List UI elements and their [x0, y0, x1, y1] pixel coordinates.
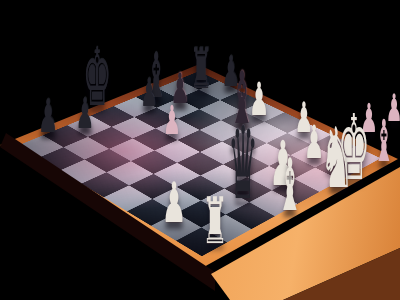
piece-black-pawn-b7[interactable]: ♟ [38, 93, 59, 139]
piece-black-pawn-e7[interactable]: ♟ [140, 73, 157, 112]
piece-white-knight-e1[interactable]: ♞ [320, 116, 354, 200]
piece-white-bishop-h1[interactable]: ♝ [374, 112, 395, 170]
piece-black-rook-g8[interactable]: ♜ [190, 41, 213, 97]
piece-white-bishop-c1[interactable]: ♝ [277, 149, 303, 221]
pieces-layer: ♚♟♟♝♟♟♜♟♝♛♟♟♟♟♟♝♞♚♝♟♟♜♟ [0, 0, 400, 300]
piece-white-pawn-a2[interactable]: ♟ [161, 175, 186, 231]
chess-render-scene: ♚♟♟♝♟♟♜♟♝♛♟♟♟♟♟♝♞♚♝♟♟♜♟ [0, 0, 400, 300]
piece-white-rook-a1[interactable]: ♜ [202, 189, 228, 253]
piece-black-pawn-c7[interactable]: ♟ [76, 93, 95, 135]
piece-black-queen-c2[interactable]: ♛ [228, 114, 258, 214]
piece-white-pawn-d6[interactable]: ♟ [163, 100, 181, 140]
